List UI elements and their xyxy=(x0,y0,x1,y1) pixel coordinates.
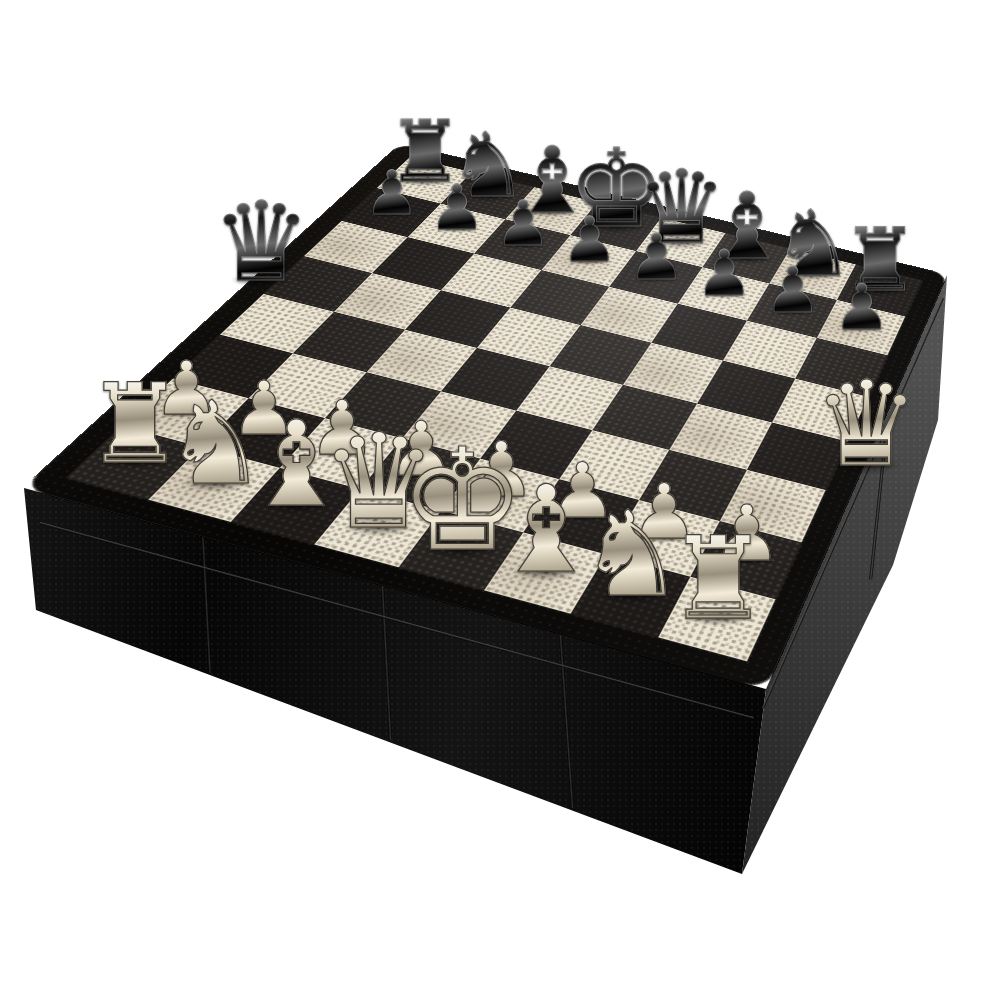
piece-black-pawn[interactable]: ♟ xyxy=(429,178,485,240)
piece-black-pawn[interactable]: ♟ xyxy=(696,242,752,305)
piece-white-rook[interactable]: ♜ xyxy=(667,522,769,636)
piece-black-pawn[interactable]: ♟ xyxy=(365,162,420,223)
spare-white-queen[interactable]: ♛ xyxy=(814,365,920,483)
product-photo-scene: ♜♞♝♚♛♝♞♜♟♟♟♟♟♟♟♟♛♛♟♟♟♟♟♟♟♟♜♞♝♛♚♝♞♜ xyxy=(0,0,1000,1000)
piece-black-pawn[interactable]: ♟ xyxy=(833,276,889,339)
piece-black-pawn[interactable]: ♟ xyxy=(562,210,618,272)
piece-black-pawn[interactable]: ♟ xyxy=(495,194,551,256)
piece-black-pawn[interactable]: ♟ xyxy=(628,225,684,288)
piece-black-pawn[interactable]: ♟ xyxy=(764,259,820,322)
spare-black-queen[interactable]: ♛ xyxy=(212,187,311,297)
